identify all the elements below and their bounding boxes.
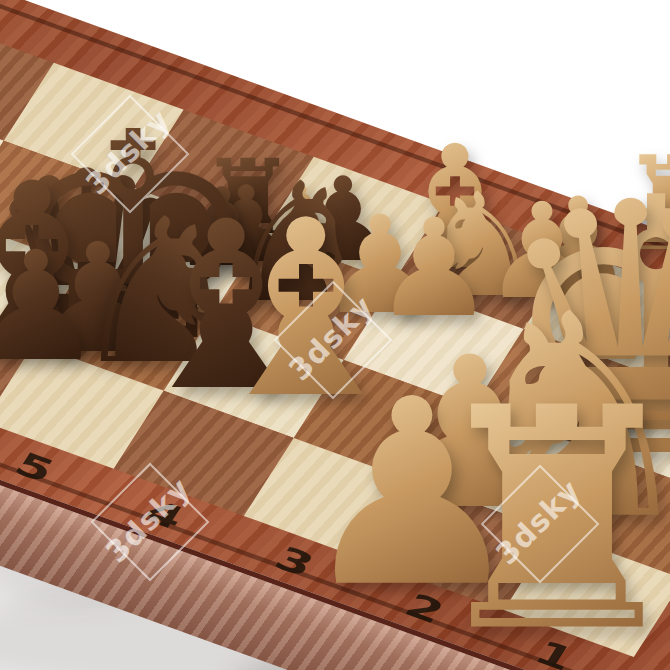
chess-set-render: 54321 ♜♟♟♟♞♝♛♚♟♟♞♝♟♝♞♟♟♟♟♜♛♚♝♟♞♟♜ 3dsky3…: [0, 0, 670, 670]
dark-pawn[interactable]: ♟: [0, 232, 104, 383]
light-rook[interactable]: ♜: [420, 368, 670, 670]
